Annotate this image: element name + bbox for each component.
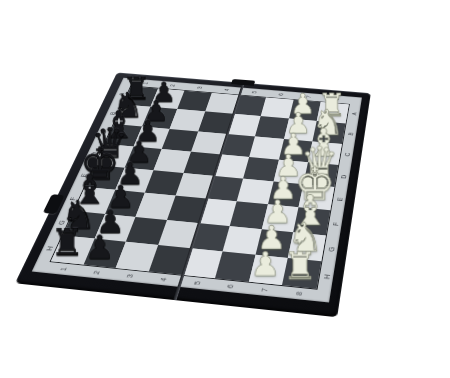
square-e5[interactable] [206,176,243,202]
chess-board: 12345678 12345678 ABCDEFGH ABCDEFGH ♜♟♟♜… [15,72,371,317]
hinge-bump [231,79,255,86]
square-d5[interactable] [213,154,249,178]
board-surface: 12345678 12345678 ABCDEFGH ABCDEFGH ♜♟♟♜… [32,78,362,303]
squares-grid: ♜♟♟♜♞♟♟♞♝♟♟♝♛♟♟♛♚♟♟♚♝♟♟♝♞♟♟♞♜♟♟♜ [49,86,349,290]
chess-set-photo: 12345678 12345678 ABCDEFGH ABCDEFGH ♜♟♟♜… [0,0,450,378]
piece-white-rook[interactable]: ♜ [275,245,324,285]
piece-black-pawn[interactable]: ♟ [76,230,124,265]
square-h8[interactable]: ♜ [282,258,321,289]
square-h2[interactable]: ♟ [83,238,126,268]
square-b5[interactable] [227,114,261,136]
